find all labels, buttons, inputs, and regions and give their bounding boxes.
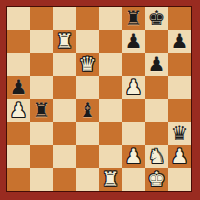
square-g3[interactable] [145, 122, 168, 145]
square-a2[interactable] [7, 145, 30, 168]
square-e4[interactable] [99, 99, 122, 122]
square-b1[interactable] [30, 168, 53, 191]
piece-white-rook[interactable]: ♜ [99, 168, 122, 191]
square-d3[interactable] [76, 122, 99, 145]
piece-black-bishop[interactable]: ♝ [76, 99, 99, 122]
square-d5[interactable] [76, 76, 99, 99]
square-h5[interactable] [168, 76, 191, 99]
square-f1[interactable] [122, 168, 145, 191]
piece-white-pawn[interactable]: ♟ [122, 76, 145, 99]
square-g6[interactable]: ♟ [145, 53, 168, 76]
piece-white-pawn[interactable]: ♟ [122, 145, 145, 168]
piece-white-knight[interactable]: ♞ [145, 145, 168, 168]
piece-black-king[interactable]: ♚ [145, 7, 168, 30]
square-d4[interactable]: ♝ [76, 99, 99, 122]
square-d7[interactable] [76, 30, 99, 53]
square-d2[interactable] [76, 145, 99, 168]
piece-black-pawn[interactable]: ♟ [145, 53, 168, 76]
square-g7[interactable] [145, 30, 168, 53]
piece-white-pawn[interactable]: ♟ [168, 145, 191, 168]
square-a1[interactable] [7, 168, 30, 191]
square-g8[interactable]: ♚ [145, 7, 168, 30]
square-e5[interactable] [99, 76, 122, 99]
square-b2[interactable] [30, 145, 53, 168]
chess-board: ♜♚♜♟♟♛♟♟♟♟♜♝♛♟♞♟♜♚ [6, 6, 192, 192]
piece-white-queen[interactable]: ♛ [76, 53, 99, 76]
square-c2[interactable] [53, 145, 76, 168]
piece-black-pawn[interactable]: ♟ [7, 76, 30, 99]
square-c4[interactable] [53, 99, 76, 122]
square-h3[interactable]: ♛ [168, 122, 191, 145]
square-d6[interactable]: ♛ [76, 53, 99, 76]
square-c3[interactable] [53, 122, 76, 145]
square-a5[interactable]: ♟ [7, 76, 30, 99]
square-c6[interactable] [53, 53, 76, 76]
chess-board-frame: ♜♚♜♟♟♛♟♟♟♟♜♝♛♟♞♟♜♚ [0, 0, 200, 200]
square-f8[interactable]: ♜ [122, 7, 145, 30]
square-d8[interactable] [76, 7, 99, 30]
square-b5[interactable] [30, 76, 53, 99]
square-c1[interactable] [53, 168, 76, 191]
square-d1[interactable] [76, 168, 99, 191]
piece-black-queen[interactable]: ♛ [168, 122, 191, 145]
square-a6[interactable] [7, 53, 30, 76]
square-c5[interactable] [53, 76, 76, 99]
square-b8[interactable] [30, 7, 53, 30]
square-h1[interactable] [168, 168, 191, 191]
square-c8[interactable] [53, 7, 76, 30]
square-e7[interactable] [99, 30, 122, 53]
square-h6[interactable] [168, 53, 191, 76]
piece-black-rook[interactable]: ♜ [122, 7, 145, 30]
square-b7[interactable] [30, 30, 53, 53]
piece-black-pawn[interactable]: ♟ [122, 30, 145, 53]
square-a7[interactable] [7, 30, 30, 53]
piece-white-king[interactable]: ♚ [145, 168, 168, 191]
square-f6[interactable] [122, 53, 145, 76]
square-b6[interactable] [30, 53, 53, 76]
square-f4[interactable] [122, 99, 145, 122]
square-a8[interactable] [7, 7, 30, 30]
square-c7[interactable]: ♜ [53, 30, 76, 53]
square-g5[interactable] [145, 76, 168, 99]
square-b4[interactable]: ♜ [30, 99, 53, 122]
square-g2[interactable]: ♞ [145, 145, 168, 168]
square-f7[interactable]: ♟ [122, 30, 145, 53]
square-f5[interactable]: ♟ [122, 76, 145, 99]
square-f2[interactable]: ♟ [122, 145, 145, 168]
square-b3[interactable] [30, 122, 53, 145]
square-e3[interactable] [99, 122, 122, 145]
piece-black-pawn[interactable]: ♟ [168, 30, 191, 53]
square-e2[interactable] [99, 145, 122, 168]
square-h7[interactable]: ♟ [168, 30, 191, 53]
square-h2[interactable]: ♟ [168, 145, 191, 168]
piece-black-rook[interactable]: ♜ [30, 99, 53, 122]
piece-white-rook[interactable]: ♜ [53, 30, 76, 53]
square-h8[interactable] [168, 7, 191, 30]
piece-white-pawn[interactable]: ♟ [7, 99, 30, 122]
square-e6[interactable] [99, 53, 122, 76]
square-f3[interactable] [122, 122, 145, 145]
square-h4[interactable] [168, 99, 191, 122]
square-e1[interactable]: ♜ [99, 168, 122, 191]
square-e8[interactable] [99, 7, 122, 30]
square-g4[interactable] [145, 99, 168, 122]
square-a3[interactable] [7, 122, 30, 145]
square-g1[interactable]: ♚ [145, 168, 168, 191]
square-a4[interactable]: ♟ [7, 99, 30, 122]
